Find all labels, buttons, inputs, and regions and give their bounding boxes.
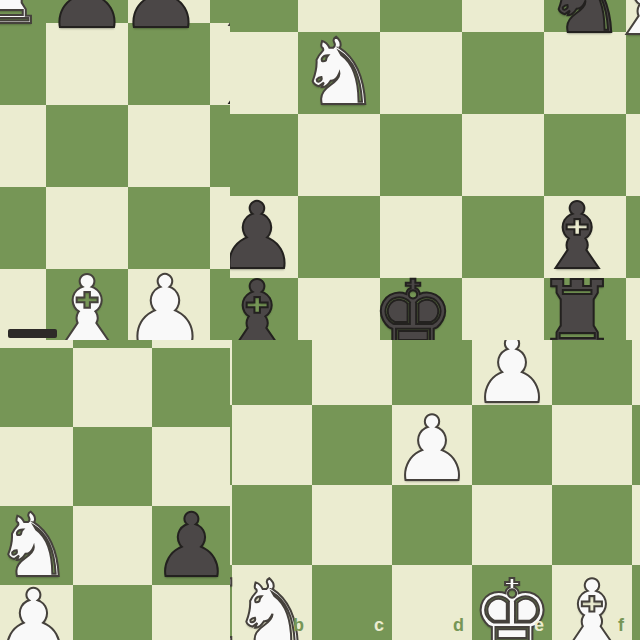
board-square[interactable] bbox=[73, 340, 152, 348]
board-square[interactable] bbox=[462, 278, 544, 340]
board-square[interactable] bbox=[298, 196, 380, 278]
board-square[interactable] bbox=[73, 348, 152, 427]
board-square[interactable] bbox=[232, 485, 312, 565]
board-tile-top-right: ♞♝♞♟♝♝♚♜ bbox=[230, 0, 640, 340]
black-piece-fragment[interactable]: ♝ bbox=[210, 31, 230, 113]
board-square[interactable] bbox=[73, 427, 152, 506]
board-square[interactable] bbox=[232, 340, 312, 405]
white-piece-fragment[interactable]: ♝ bbox=[607, 0, 640, 44]
white-pawn[interactable]: ♟ bbox=[124, 269, 206, 340]
board-square[interactable] bbox=[230, 32, 298, 114]
chess-board-collage: ♜♟♟♝♝♝♟♞♝♞♟♝♝♚♜♞♟♟♟♟♜♞♚♝bcdef bbox=[0, 0, 640, 640]
board-square[interactable] bbox=[210, 187, 230, 269]
board-square[interactable] bbox=[312, 340, 392, 405]
file-label-d: d bbox=[446, 615, 464, 636]
board-square[interactable] bbox=[230, 0, 298, 32]
board-square[interactable] bbox=[73, 506, 152, 585]
board-square[interactable] bbox=[552, 405, 632, 485]
board-square[interactable] bbox=[380, 0, 462, 32]
file-label-e: e bbox=[526, 615, 544, 636]
board-tile-bottom-left: ♞♟♟ bbox=[0, 340, 230, 640]
white-piece-fragment[interactable]: ♜ bbox=[0, 0, 46, 33]
board-tile-top-left: ♜♟♟♝♝♝♟ bbox=[0, 0, 230, 340]
black-rook-top-fragment[interactable] bbox=[8, 329, 57, 338]
board-square[interactable] bbox=[0, 348, 73, 427]
black-king[interactable]: ♚ bbox=[372, 274, 454, 340]
board-square[interactable] bbox=[380, 114, 462, 196]
board-square[interactable] bbox=[298, 114, 380, 196]
black-piece-fragment[interactable]: ♟ bbox=[46, 0, 128, 37]
board-square[interactable] bbox=[0, 340, 73, 348]
board-square[interactable] bbox=[73, 585, 152, 640]
board-square[interactable] bbox=[472, 485, 552, 565]
board-square[interactable] bbox=[626, 278, 640, 340]
board-square[interactable] bbox=[626, 114, 640, 196]
white-knight[interactable]: ♞ bbox=[298, 32, 380, 114]
board-square[interactable] bbox=[210, 269, 230, 340]
board-square[interactable] bbox=[632, 340, 640, 405]
board-square[interactable] bbox=[380, 32, 462, 114]
white-pawn[interactable]: ♟ bbox=[0, 582, 73, 640]
file-label-c: c bbox=[366, 615, 384, 636]
board-tile-bottom-right: ♟♟♜♞♚♝bcdef bbox=[230, 340, 640, 640]
board-square[interactable] bbox=[298, 278, 380, 340]
board-square[interactable] bbox=[462, 114, 544, 196]
board-square[interactable] bbox=[312, 405, 392, 485]
file-label-b: b bbox=[286, 615, 304, 636]
black-rook[interactable]: ♜ bbox=[536, 274, 618, 340]
board-square[interactable] bbox=[626, 196, 640, 278]
board-square[interactable] bbox=[46, 105, 128, 187]
board-square[interactable] bbox=[152, 348, 230, 427]
board-square[interactable] bbox=[462, 196, 544, 278]
black-piece-fragment[interactable]: ♟ bbox=[120, 0, 202, 37]
board-square[interactable] bbox=[552, 340, 632, 405]
board-square[interactable] bbox=[462, 32, 544, 114]
file-label-f: f bbox=[606, 615, 624, 636]
board-square[interactable] bbox=[0, 105, 46, 187]
board-square[interactable] bbox=[232, 405, 312, 485]
board-square[interactable] bbox=[128, 105, 210, 187]
board-square[interactable] bbox=[462, 0, 544, 32]
board-square[interactable] bbox=[632, 405, 640, 485]
board-square[interactable] bbox=[0, 187, 46, 269]
board-square[interactable] bbox=[632, 565, 640, 640]
board-square[interactable] bbox=[312, 485, 392, 565]
black-bishop[interactable]: ♝ bbox=[230, 274, 298, 340]
board-square[interactable] bbox=[552, 485, 632, 565]
white-bishop[interactable]: ♝ bbox=[46, 269, 128, 340]
white-pawn[interactable]: ♟ bbox=[472, 340, 552, 411]
board-square[interactable] bbox=[632, 485, 640, 565]
white-pawn[interactable]: ♟ bbox=[392, 409, 472, 489]
black-pawn[interactable]: ♟ bbox=[152, 506, 230, 585]
board-square[interactable] bbox=[152, 340, 230, 348]
